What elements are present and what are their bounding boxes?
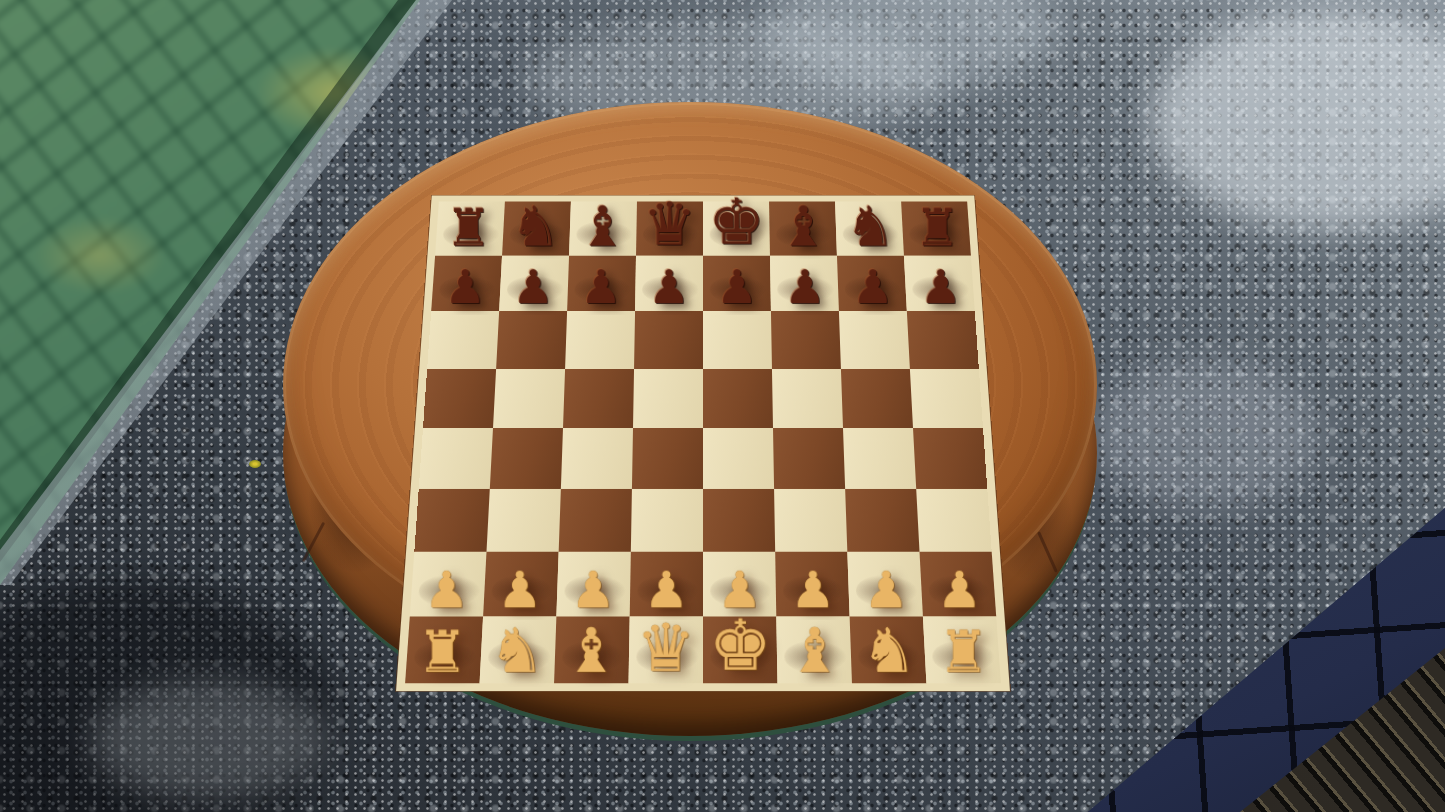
- square-f1[interactable]: ♝: [776, 617, 852, 684]
- piece-white-bishop-f1[interactable]: ♝: [787, 620, 842, 682]
- square-a5[interactable]: [423, 369, 496, 428]
- square-c8[interactable]: ♝: [569, 202, 637, 256]
- square-a7[interactable]: ♟: [431, 256, 502, 312]
- piece-black-king-e8[interactable]: ♚: [708, 191, 765, 254]
- piece-white-knight-b1[interactable]: ♞: [489, 620, 544, 682]
- piece-black-pawn-e7[interactable]: ♟: [716, 263, 758, 310]
- square-h4[interactable]: [913, 428, 987, 489]
- square-d5[interactable]: [633, 369, 703, 428]
- piece-white-pawn-d2[interactable]: ♟: [644, 564, 689, 614]
- piece-black-bishop-f8[interactable]: ♝: [779, 199, 829, 254]
- square-c5[interactable]: [563, 369, 634, 428]
- square-d2[interactable]: ♟: [630, 552, 703, 617]
- square-d3[interactable]: [631, 489, 703, 552]
- piece-white-pawn-h2[interactable]: ♟: [937, 564, 982, 614]
- square-d6[interactable]: [634, 311, 703, 368]
- square-c2[interactable]: ♟: [556, 552, 630, 617]
- square-b4[interactable]: [490, 428, 563, 489]
- granite-vein: [1150, 10, 1445, 230]
- square-h7[interactable]: ♟: [904, 256, 975, 312]
- piece-black-knight-b8[interactable]: ♞: [511, 199, 561, 254]
- square-e5[interactable]: [703, 369, 773, 428]
- square-h6[interactable]: [907, 311, 979, 368]
- board-grid: ♜♞♝♛♚♝♞♜♟♟♟♟♟♟♟♟♟♟♟♟♟♟♟♟♜♞♝♛♚♝♞♜: [405, 202, 1001, 684]
- square-g7[interactable]: ♟: [837, 256, 907, 312]
- square-g4[interactable]: [843, 428, 916, 489]
- square-d4[interactable]: [632, 428, 703, 489]
- square-g2[interactable]: ♟: [847, 552, 923, 617]
- square-c6[interactable]: [565, 311, 635, 368]
- piece-white-queen-d1[interactable]: ♛: [636, 615, 695, 681]
- square-b1[interactable]: ♞: [480, 617, 557, 684]
- square-a6[interactable]: [427, 311, 499, 368]
- square-h5[interactable]: [910, 369, 983, 428]
- square-f5[interactable]: [772, 369, 843, 428]
- piece-black-bishop-c8[interactable]: ♝: [578, 199, 628, 254]
- square-d8[interactable]: ♛: [636, 202, 703, 256]
- piece-black-rook-a8[interactable]: ♜: [446, 203, 492, 255]
- square-f7[interactable]: ♟: [770, 256, 839, 312]
- piece-white-pawn-b2[interactable]: ♟: [497, 564, 542, 614]
- square-c7[interactable]: ♟: [567, 256, 636, 312]
- piece-black-pawn-c7[interactable]: ♟: [580, 263, 622, 310]
- chess-board-tilt: ♜♞♝♛♚♝♞♜♟♟♟♟♟♟♟♟♟♟♟♟♟♟♟♟♜♞♝♛♚♝♞♜: [396, 196, 1010, 692]
- square-g8[interactable]: ♞: [835, 202, 904, 256]
- square-d7[interactable]: ♟: [635, 256, 703, 312]
- piece-white-pawn-f2[interactable]: ♟: [790, 564, 835, 614]
- square-e6[interactable]: [703, 311, 772, 368]
- square-e1[interactable]: ♚: [703, 617, 777, 684]
- square-h3[interactable]: [916, 489, 991, 552]
- piece-white-rook-a1[interactable]: ♜: [417, 624, 468, 681]
- piece-black-pawn-h7[interactable]: ♟: [920, 263, 962, 310]
- piece-white-knight-g1[interactable]: ♞: [861, 620, 916, 682]
- piece-black-pawn-g7[interactable]: ♟: [852, 263, 894, 310]
- square-f3[interactable]: [774, 489, 847, 552]
- square-h2[interactable]: ♟: [920, 552, 997, 617]
- piece-black-knight-g8[interactable]: ♞: [846, 199, 896, 254]
- square-a2[interactable]: ♟: [410, 552, 487, 617]
- piece-black-pawn-b7[interactable]: ♟: [512, 263, 554, 310]
- square-d1[interactable]: ♛: [629, 617, 703, 684]
- square-e3[interactable]: [703, 489, 775, 552]
- chess-board: ♜♞♝♛♚♝♞♜♟♟♟♟♟♟♟♟♟♟♟♟♟♟♟♟♜♞♝♛♚♝♞♜: [396, 196, 1010, 692]
- square-c3[interactable]: [559, 489, 632, 552]
- piece-black-queen-d8[interactable]: ♛: [643, 195, 696, 254]
- square-e4[interactable]: [703, 428, 774, 489]
- piece-white-pawn-c2[interactable]: ♟: [571, 564, 616, 614]
- square-f4[interactable]: [773, 428, 845, 489]
- square-b5[interactable]: [493, 369, 565, 428]
- square-h1[interactable]: ♜: [923, 617, 1001, 684]
- square-b2[interactable]: ♟: [483, 552, 559, 617]
- square-a8[interactable]: ♜: [435, 202, 505, 256]
- square-g6[interactable]: [839, 311, 910, 368]
- square-f2[interactable]: ♟: [775, 552, 849, 617]
- square-e7[interactable]: ♟: [703, 256, 771, 312]
- square-f6[interactable]: [771, 311, 841, 368]
- square-g5[interactable]: [841, 369, 913, 428]
- piece-white-rook-h1[interactable]: ♜: [938, 624, 989, 681]
- piece-white-king-e1[interactable]: ♚: [709, 611, 772, 681]
- square-f8[interactable]: ♝: [769, 202, 837, 256]
- square-c1[interactable]: ♝: [554, 617, 630, 684]
- piece-white-bishop-c1[interactable]: ♝: [564, 620, 619, 682]
- square-b3[interactable]: [486, 489, 560, 552]
- square-h8[interactable]: ♜: [901, 202, 971, 256]
- square-a4[interactable]: [419, 428, 493, 489]
- piece-black-pawn-a7[interactable]: ♟: [444, 263, 486, 310]
- square-a1[interactable]: ♜: [405, 617, 483, 684]
- piece-black-pawn-d7[interactable]: ♟: [648, 263, 690, 310]
- piece-white-pawn-g2[interactable]: ♟: [864, 564, 909, 614]
- square-b8[interactable]: ♞: [502, 202, 571, 256]
- square-g3[interactable]: [845, 489, 919, 552]
- piece-white-pawn-a2[interactable]: ♟: [424, 564, 469, 614]
- square-c4[interactable]: [561, 428, 633, 489]
- granite-vein: [1090, 360, 1320, 510]
- piece-black-rook-h8[interactable]: ♜: [914, 203, 960, 255]
- piece-black-pawn-f7[interactable]: ♟: [784, 263, 826, 310]
- square-b6[interactable]: [496, 311, 567, 368]
- square-b7[interactable]: ♟: [499, 256, 569, 312]
- square-e8[interactable]: ♚: [703, 202, 770, 256]
- square-a3[interactable]: [414, 489, 489, 552]
- granite-vein: [90, 680, 330, 800]
- scene: ♜♞♝♛♚♝♞♜♟♟♟♟♟♟♟♟♟♟♟♟♟♟♟♟♜♞♝♛♚♝♞♜: [0, 0, 1445, 812]
- square-g1[interactable]: ♞: [850, 617, 927, 684]
